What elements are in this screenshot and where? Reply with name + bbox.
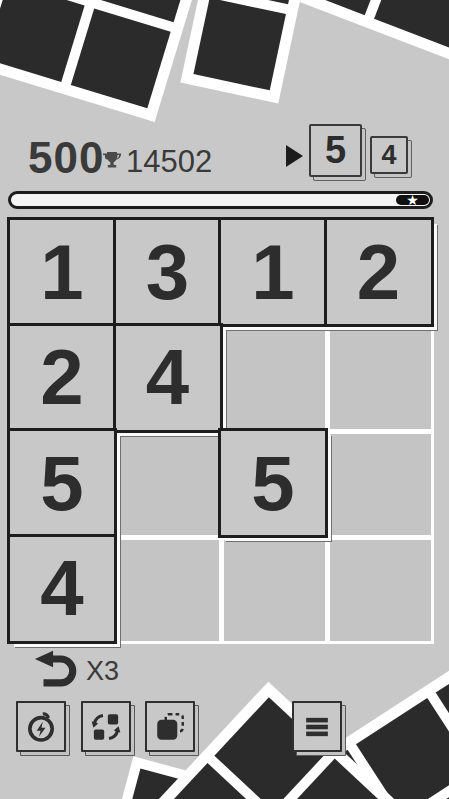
decor-square	[0, 0, 85, 82]
board-tile-r1c4[interactable]: 2	[324, 217, 434, 327]
decor-square	[374, 0, 449, 50]
board-tile-r1c3[interactable]: 1	[218, 217, 328, 327]
decor-square	[71, 8, 171, 108]
board-tile-r2c1[interactable]: 2	[7, 323, 117, 433]
game-screen: 500 14502 5 4 ★ 131224554 X3	[0, 0, 449, 799]
swap-button[interactable]	[81, 701, 131, 752]
swap-squares-icon	[89, 710, 123, 744]
board-tiles-layer: 131224554	[8, 218, 434, 644]
star-icon: ★	[406, 193, 419, 207]
decor-tiles-2	[180, 0, 335, 103]
undo-count-label: X3	[86, 658, 119, 685]
undo-control[interactable]: X3	[32, 650, 119, 691]
progress-star-cap: ★	[396, 195, 429, 205]
decor-square	[193, 0, 286, 90]
play-triangle-icon	[286, 145, 303, 167]
board-tile-r3c3[interactable]: 5	[218, 428, 328, 538]
board-tile-r2c2[interactable]: 4	[113, 323, 223, 433]
board-tile-r4c1[interactable]: 4	[7, 534, 117, 644]
board-tile-r3c1[interactable]: 5	[7, 428, 117, 538]
score-value: 500	[28, 136, 104, 180]
queue-next-tile[interactable]: 4	[370, 136, 408, 174]
level-progress-bar: ★	[8, 191, 433, 209]
ghost-square-icon	[153, 710, 187, 744]
best-score: 14502	[100, 146, 212, 177]
board-tile-r1c1[interactable]: 1	[7, 217, 117, 327]
menu-button[interactable]	[292, 701, 342, 752]
undo-arrow-icon[interactable]	[32, 650, 78, 691]
boost-button[interactable]	[16, 701, 66, 752]
place-preview-button[interactable]	[145, 701, 195, 752]
queue-current-tile[interactable]: 5	[309, 124, 362, 177]
hamburger-menu-icon	[301, 711, 333, 743]
trophy-icon	[100, 150, 124, 174]
stopwatch-bolt-icon	[24, 710, 58, 744]
board-tile-r1c2[interactable]: 3	[113, 217, 223, 327]
best-score-value: 14502	[126, 146, 212, 177]
